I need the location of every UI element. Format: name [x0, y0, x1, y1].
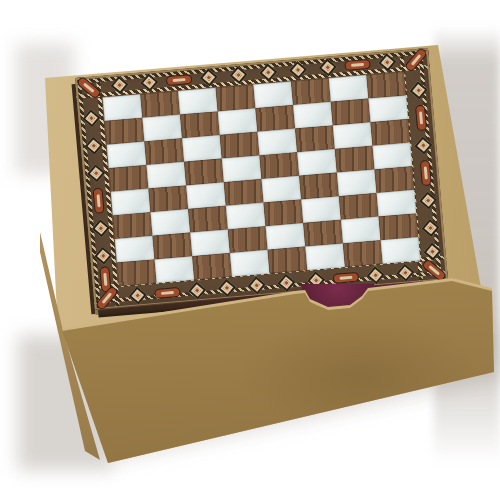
square-e7: [255, 105, 295, 132]
square-h7: [368, 95, 408, 122]
square-a1: [117, 259, 157, 286]
square-g4: [337, 169, 377, 196]
square-f8: [291, 78, 331, 105]
rosette-inlay-icon: [82, 109, 100, 127]
square-b4: [148, 185, 188, 212]
corner-cartouche-inlay-icon: [76, 76, 102, 100]
square-e8: [253, 81, 293, 108]
rosette-inlay-icon: [259, 63, 277, 81]
square-g7: [331, 99, 371, 126]
photo-caption: Empty chess board of walnut and mother-o…: [0, 0, 1, 1]
square-e5: [259, 152, 299, 179]
rosette-inlay-icon: [396, 264, 414, 282]
board-frame: [75, 48, 448, 310]
square-d7: [218, 108, 258, 135]
square-b2: [153, 233, 193, 260]
square-g8: [329, 75, 369, 102]
square-d4: [224, 179, 264, 206]
rosette-inlay-icon: [218, 279, 236, 297]
rosette-inlay-icon: [92, 219, 110, 237]
rosette-inlay-icon: [129, 286, 147, 304]
square-d5: [222, 155, 262, 182]
rosette-inlay-icon: [110, 76, 128, 94]
square-c6: [182, 135, 222, 162]
square-a7: [105, 118, 145, 145]
rosette-inlay-icon: [289, 61, 307, 79]
square-h4: [375, 166, 415, 193]
rosette-inlay-icon: [200, 68, 218, 86]
chess-board: [75, 48, 448, 310]
cartouche-inlay-icon: [166, 74, 193, 86]
rosette-inlay-icon: [85, 137, 103, 155]
square-e3: [264, 199, 304, 226]
square-e2: [266, 223, 306, 250]
rosette-inlay-icon: [414, 136, 432, 154]
square-d1: [230, 250, 270, 277]
square-f2: [303, 220, 343, 247]
rosette-inlay-icon: [229, 66, 247, 84]
square-c5: [184, 159, 224, 186]
square-d3: [226, 203, 266, 230]
square-f3: [301, 196, 341, 223]
square-b5: [146, 162, 186, 189]
rosette-inlay-icon: [410, 81, 428, 99]
square-h1: [381, 237, 421, 264]
square-a3: [113, 212, 153, 239]
cartouche-inlay-icon: [333, 272, 360, 284]
thumb-notch: [303, 288, 371, 312]
cartouche-inlay-icon: [93, 188, 105, 214]
square-h8: [366, 72, 406, 99]
rosette-inlay-icon: [367, 266, 385, 284]
cartouche-inlay-icon: [420, 160, 432, 186]
square-g5: [335, 146, 375, 173]
cartouche-inlay-icon: [415, 105, 427, 131]
square-g2: [341, 217, 381, 244]
rosette-inlay-icon: [378, 53, 396, 71]
rosette-inlay-icon: [419, 191, 437, 209]
square-f6: [295, 125, 335, 152]
square-b8: [140, 91, 180, 118]
rosette-inlay-icon: [140, 74, 158, 92]
square-h6: [370, 119, 410, 146]
square-h3: [377, 190, 417, 217]
square-g6: [333, 122, 373, 149]
square-f4: [299, 173, 339, 200]
square-h5: [373, 143, 413, 170]
square-b7: [142, 115, 182, 142]
square-a4: [111, 189, 151, 216]
square-a6: [107, 141, 147, 168]
square-b1: [155, 256, 195, 283]
rosette-inlay-icon: [248, 276, 266, 294]
board-squares: [103, 72, 421, 286]
rosette-inlay-icon: [87, 164, 105, 182]
cartouche-inlay-icon: [154, 287, 181, 299]
cartouche-inlay-icon: [344, 59, 371, 71]
rosette-inlay-icon: [319, 58, 337, 76]
square-a2: [115, 236, 155, 263]
square-b6: [144, 138, 184, 165]
square-d2: [228, 226, 268, 253]
rosette-inlay-icon: [423, 243, 441, 261]
square-c7: [180, 111, 220, 138]
rosette-inlay-icon: [94, 247, 112, 265]
rosette-inlay-icon: [188, 281, 206, 299]
square-a8: [103, 94, 143, 121]
square-g3: [339, 193, 379, 220]
square-g1: [343, 240, 383, 267]
square-h2: [379, 213, 419, 240]
square-e1: [268, 247, 308, 274]
square-e6: [257, 129, 297, 156]
square-d8: [216, 85, 256, 112]
square-f1: [305, 243, 345, 270]
square-d6: [220, 132, 260, 159]
rosette-inlay-icon: [421, 219, 439, 237]
rosette-inlay-icon: [277, 274, 295, 292]
square-c8: [178, 88, 218, 115]
square-f5: [297, 149, 337, 176]
square-c4: [186, 182, 226, 209]
square-c2: [190, 229, 230, 256]
corner-cartouche-inlay-icon: [404, 47, 428, 73]
square-c3: [188, 206, 228, 233]
square-e4: [261, 176, 301, 203]
square-b3: [150, 209, 190, 236]
square-c1: [192, 253, 232, 280]
square-a5: [109, 165, 149, 192]
product-photo: Empty chess board of walnut and mother-o…: [0, 0, 500, 500]
square-f7: [293, 102, 333, 129]
